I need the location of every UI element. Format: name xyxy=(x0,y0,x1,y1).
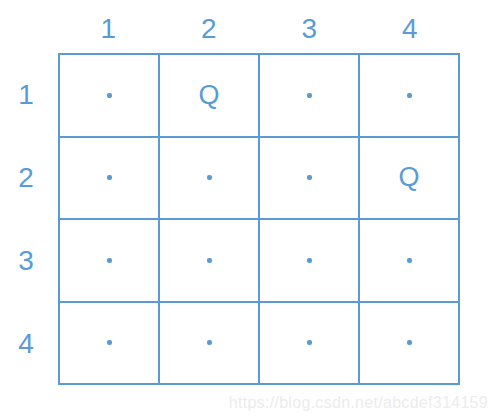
column-label-3: 3 xyxy=(259,8,360,50)
watermark-url: https://blog.csdn.net/abcdef314159 xyxy=(229,394,488,412)
row-label-4: 4 xyxy=(0,302,52,385)
cell-r2-c1 xyxy=(59,137,159,220)
cell-r4-c3 xyxy=(259,302,359,385)
empty-cell-dot xyxy=(307,258,312,263)
empty-cell-dot xyxy=(107,258,112,263)
cell-r4-c4 xyxy=(359,302,459,385)
cell-r1-c4 xyxy=(359,54,459,137)
cell-r4-c2 xyxy=(159,302,259,385)
empty-cell-dot xyxy=(107,175,112,180)
cell-r3-c3 xyxy=(259,219,359,302)
empty-cell-dot xyxy=(207,340,212,345)
queen-marker: Q xyxy=(198,82,219,109)
column-label-4: 4 xyxy=(360,8,461,50)
empty-cell-dot xyxy=(407,258,412,263)
cell-r3-c1 xyxy=(59,219,159,302)
column-label-2: 2 xyxy=(159,8,260,50)
queens-puzzle-diagram: 1234 1234 QQ https://blog.csdn.net/abcde… xyxy=(0,0,492,416)
cell-r2-c2 xyxy=(159,137,259,220)
empty-cell-dot xyxy=(307,93,312,98)
cell-r4-c1 xyxy=(59,302,159,385)
cell-r1-c2: Q xyxy=(159,54,259,137)
column-label-1: 1 xyxy=(58,8,159,50)
row-label-2: 2 xyxy=(0,136,52,219)
empty-cell-dot xyxy=(107,340,112,345)
empty-cell-dot xyxy=(307,340,312,345)
empty-cell-dot xyxy=(407,340,412,345)
cell-r1-c3 xyxy=(259,54,359,137)
empty-cell-dot xyxy=(107,93,112,98)
cell-r3-c4 xyxy=(359,219,459,302)
empty-cell-dot xyxy=(207,175,212,180)
row-label-1: 1 xyxy=(0,53,52,136)
empty-cell-dot xyxy=(207,258,212,263)
cell-r1-c1 xyxy=(59,54,159,137)
empty-cell-dot xyxy=(307,175,312,180)
board-grid: QQ xyxy=(58,53,460,385)
row-labels: 1234 xyxy=(0,53,52,385)
queen-marker: Q xyxy=(398,164,419,191)
cell-r3-c2 xyxy=(159,219,259,302)
cell-r2-c3 xyxy=(259,137,359,220)
column-labels: 1234 xyxy=(58,8,460,50)
cell-r2-c4: Q xyxy=(359,137,459,220)
row-label-3: 3 xyxy=(0,219,52,302)
empty-cell-dot xyxy=(407,93,412,98)
